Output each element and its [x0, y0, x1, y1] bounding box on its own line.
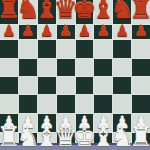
square-f4[interactable] — [94, 77, 112, 94]
piece-red-pawn[interactable]: ♟ — [78, 24, 91, 39]
square-f3[interactable] — [94, 95, 112, 113]
square-c6[interactable] — [38, 40, 56, 58]
piece-red-pawn[interactable]: ♟ — [97, 24, 110, 39]
square-d4[interactable] — [57, 77, 75, 94]
square-c3[interactable] — [38, 95, 56, 113]
square-g5[interactable] — [113, 59, 131, 76]
square-a6[interactable] — [0, 40, 18, 58]
square-e7[interactable]: ♟ — [76, 25, 94, 39]
square-f5[interactable] — [94, 59, 112, 76]
square-b5[interactable] — [19, 59, 37, 76]
square-e6[interactable] — [76, 40, 94, 58]
square-g3[interactable] — [113, 95, 131, 113]
square-d7[interactable]: ♟ — [57, 25, 75, 39]
square-g4[interactable] — [113, 77, 131, 94]
square-b7[interactable]: ♟ — [19, 25, 37, 39]
square-c7[interactable]: ♟ — [38, 25, 56, 39]
square-e5[interactable] — [76, 59, 94, 76]
square-h5[interactable] — [132, 59, 150, 76]
piece-red-pawn[interactable]: ♟ — [115, 24, 128, 39]
square-b4[interactable] — [19, 77, 37, 94]
square-a5[interactable] — [0, 59, 18, 76]
square-h3[interactable] — [132, 95, 150, 113]
square-h4[interactable] — [132, 77, 150, 94]
piece-red-pawn[interactable]: ♟ — [59, 24, 72, 39]
square-f6[interactable] — [94, 40, 112, 58]
square-d6[interactable] — [57, 40, 75, 58]
square-a7[interactable]: ♟ — [0, 25, 18, 39]
piece-white-rook[interactable]: ♜ — [129, 123, 150, 150]
square-a3[interactable] — [0, 95, 18, 113]
square-d5[interactable] — [57, 59, 75, 76]
square-e4[interactable] — [76, 77, 94, 94]
piece-red-pawn[interactable]: ♟ — [40, 24, 53, 39]
square-e3[interactable] — [76, 95, 94, 113]
square-c5[interactable] — [38, 59, 56, 76]
square-h1[interactable]: ♜ — [132, 133, 150, 150]
square-g7[interactable]: ♟ — [113, 25, 131, 39]
square-a4[interactable] — [0, 77, 18, 94]
piece-red-pawn[interactable]: ♟ — [134, 24, 147, 39]
square-b6[interactable] — [19, 40, 37, 58]
piece-red-rook[interactable]: ♜ — [129, 0, 150, 22]
chess-board[interactable]: ♜♞♝♛♚♝♞♜♟♟♟♟♟♟♟♟♟♟♟♟♟♟♟♟♜♞♝♛♚♝♞♜ — [0, 0, 150, 143]
square-d3[interactable] — [57, 95, 75, 113]
square-c4[interactable] — [38, 77, 56, 94]
square-h7[interactable]: ♟ — [132, 25, 150, 39]
square-h6[interactable] — [132, 40, 150, 58]
piece-red-pawn[interactable]: ♟ — [2, 24, 15, 39]
square-h8[interactable]: ♜ — [132, 0, 150, 24]
square-g6[interactable] — [113, 40, 131, 58]
piece-red-pawn[interactable]: ♟ — [21, 24, 34, 39]
chess-app-window: ♜♞♝♛♚♝♞♜♟♟♟♟♟♟♟♟♟♟♟♟♟♟♟♟♜♞♝♛♚♝♞♜ — [0, 0, 150, 150]
square-b3[interactable] — [19, 95, 37, 113]
square-f7[interactable]: ♟ — [94, 25, 112, 39]
